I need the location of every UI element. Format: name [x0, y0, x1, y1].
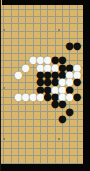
black-stone: ●	[73, 78, 81, 86]
white-stone: ●	[14, 71, 22, 79]
grid-hline	[0, 141, 83, 142]
grid-hline	[0, 155, 83, 156]
black-stone: ●	[73, 93, 81, 101]
star-point-icon	[3, 87, 5, 89]
app-background-top-bar	[2, 0, 90, 5]
app-background-right-bar	[83, 0, 90, 171]
grid-hline	[0, 148, 83, 149]
app-background-left-edge	[0, 0, 1, 171]
grid-hline	[0, 126, 83, 127]
grid-hline	[0, 38, 83, 39]
app-background-bottom-bar	[0, 164, 90, 171]
go-app-screen: ●●●●●●●●●●●●●●●●●●●●●●●●●●●●●●●●●●●●●●●●…	[0, 0, 90, 171]
grid-hline	[0, 16, 83, 17]
grid-hline	[0, 133, 83, 134]
grid-hline	[0, 119, 83, 120]
grid-hline	[0, 31, 83, 32]
star-point-icon	[58, 29, 60, 31]
star-point-icon	[3, 29, 5, 31]
star-point-icon	[58, 138, 60, 140]
black-stone: ●	[58, 115, 66, 123]
grid-hline	[0, 23, 83, 24]
star-point-icon	[3, 138, 5, 140]
grid-hline	[0, 9, 83, 10]
black-stone: ●	[73, 42, 81, 50]
grid-hline	[0, 104, 83, 105]
